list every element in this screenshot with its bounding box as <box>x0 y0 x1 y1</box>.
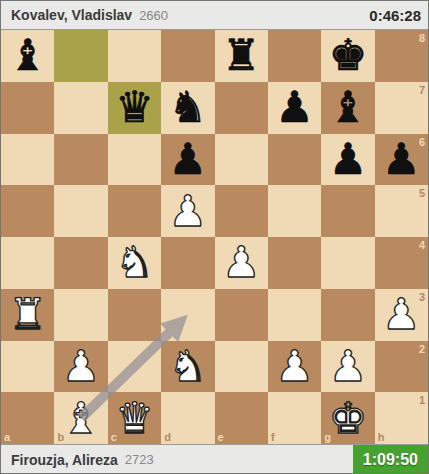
square-h4[interactable]: 4 <box>375 237 428 289</box>
square-c2[interactable] <box>108 341 161 393</box>
square-g2[interactable]: ♟ <box>321 341 374 393</box>
square-d6[interactable]: ♟ <box>161 134 214 186</box>
square-a4[interactable] <box>1 237 54 289</box>
square-g5[interactable] <box>321 185 374 237</box>
square-f8[interactable] <box>268 30 321 82</box>
square-c8[interactable] <box>108 30 161 82</box>
square-a5[interactable] <box>1 185 54 237</box>
file-label-a: a <box>4 431 10 443</box>
square-b8[interactable] <box>54 30 107 82</box>
square-e1[interactable]: e <box>215 392 268 444</box>
file-label-h: h <box>378 431 385 443</box>
square-a2[interactable] <box>1 341 54 393</box>
piece-white-pawn[interactable]: ♟ <box>321 341 374 393</box>
player-bar-bottom: Firouzja, Alireza 2723 1:09:50 <box>1 444 428 474</box>
square-c7[interactable]: ♛ <box>108 82 161 134</box>
file-label-f: f <box>271 431 275 443</box>
square-h1[interactable]: h1 <box>375 392 428 444</box>
piece-white-knight[interactable]: ♞ <box>161 341 214 393</box>
piece-black-rook[interactable]: ♜ <box>215 30 268 82</box>
player-rating-top: 2660 <box>139 8 168 23</box>
piece-white-bishop[interactable]: ♝ <box>54 392 107 444</box>
piece-white-king[interactable]: ♚ <box>321 392 374 444</box>
piece-white-pawn[interactable]: ♟ <box>54 341 107 393</box>
piece-black-pawn[interactable]: ♟ <box>375 134 428 186</box>
square-d8[interactable] <box>161 30 214 82</box>
square-g3[interactable] <box>321 289 374 341</box>
piece-black-bishop[interactable]: ♝ <box>321 82 374 134</box>
square-c3[interactable] <box>108 289 161 341</box>
square-f1[interactable]: f <box>268 392 321 444</box>
square-d7[interactable]: ♞ <box>161 82 214 134</box>
piece-black-pawn[interactable]: ♟ <box>161 134 214 186</box>
square-c1[interactable]: ♛c <box>108 392 161 444</box>
piece-white-queen[interactable]: ♛ <box>108 392 161 444</box>
player-name-bottom: Firouzja, Alireza <box>11 452 118 468</box>
square-g4[interactable] <box>321 237 374 289</box>
chess-app: Kovalev, Vladislav 2660 0:46:28 ♝♜♚8♛♞♟♝… <box>0 0 429 474</box>
square-a7[interactable] <box>1 82 54 134</box>
square-g6[interactable]: ♟ <box>321 134 374 186</box>
square-e3[interactable] <box>215 289 268 341</box>
square-d4[interactable] <box>161 237 214 289</box>
square-h3[interactable]: ♟3 <box>375 289 428 341</box>
piece-black-pawn[interactable]: ♟ <box>321 134 374 186</box>
player-rating-bottom: 2723 <box>125 452 154 467</box>
square-f3[interactable] <box>268 289 321 341</box>
rank-label-5: 5 <box>419 187 425 199</box>
piece-white-pawn[interactable]: ♟ <box>268 341 321 393</box>
square-c6[interactable] <box>108 134 161 186</box>
square-h6[interactable]: ♟6 <box>375 134 428 186</box>
square-f6[interactable] <box>268 134 321 186</box>
square-g1[interactable]: ♚g <box>321 392 374 444</box>
piece-white-knight[interactable]: ♞ <box>108 237 161 289</box>
square-b5[interactable] <box>54 185 107 237</box>
piece-black-queen[interactable]: ♛ <box>108 82 161 134</box>
rank-label-4: 4 <box>419 239 425 251</box>
square-h5[interactable]: 5 <box>375 185 428 237</box>
piece-white-pawn[interactable]: ♟ <box>375 289 428 341</box>
square-h7[interactable]: 7 <box>375 82 428 134</box>
square-d2[interactable]: ♞ <box>161 341 214 393</box>
square-e6[interactable] <box>215 134 268 186</box>
square-c4[interactable]: ♞ <box>108 237 161 289</box>
square-a1[interactable]: a <box>1 392 54 444</box>
square-a3[interactable]: ♜ <box>1 289 54 341</box>
chess-board[interactable]: ♝♜♚8♛♞♟♝7♟♟♟6♟5♞♟4♜♟3♟♞♟♟2a♝b♛cdef♚gh1 <box>1 30 428 444</box>
rank-label-2: 2 <box>419 343 425 355</box>
square-b2[interactable]: ♟ <box>54 341 107 393</box>
piece-black-knight[interactable]: ♞ <box>161 82 214 134</box>
square-a8[interactable]: ♝ <box>1 30 54 82</box>
square-e8[interactable]: ♜ <box>215 30 268 82</box>
square-b7[interactable] <box>54 82 107 134</box>
clock-top: 0:46:28 <box>369 7 428 24</box>
square-f4[interactable] <box>268 237 321 289</box>
piece-black-bishop[interactable]: ♝ <box>1 30 54 82</box>
square-a6[interactable] <box>1 134 54 186</box>
piece-white-pawn[interactable]: ♟ <box>215 237 268 289</box>
player-name-top: Kovalev, Vladislav <box>11 7 132 23</box>
piece-white-rook[interactable]: ♜ <box>1 289 54 341</box>
square-d3[interactable] <box>161 289 214 341</box>
square-f2[interactable]: ♟ <box>268 341 321 393</box>
rank-label-7: 7 <box>419 84 425 96</box>
square-e5[interactable] <box>215 185 268 237</box>
square-f5[interactable] <box>268 185 321 237</box>
clock-bottom-active: 1:09:50 <box>353 445 428 474</box>
square-h8[interactable]: 8 <box>375 30 428 82</box>
piece-white-pawn[interactable]: ♟ <box>161 185 214 237</box>
square-e7[interactable] <box>215 82 268 134</box>
square-f7[interactable]: ♟ <box>268 82 321 134</box>
square-g8[interactable]: ♚ <box>321 30 374 82</box>
square-g7[interactable]: ♝ <box>321 82 374 134</box>
file-label-d: d <box>164 431 171 443</box>
square-d5[interactable]: ♟ <box>161 185 214 237</box>
piece-black-pawn[interactable]: ♟ <box>268 82 321 134</box>
square-b1[interactable]: ♝b <box>54 392 107 444</box>
piece-black-king[interactable]: ♚ <box>321 30 374 82</box>
rank-label-8: 8 <box>419 32 425 44</box>
square-h2[interactable]: 2 <box>375 341 428 393</box>
square-b3[interactable] <box>54 289 107 341</box>
square-d1[interactable]: d <box>161 392 214 444</box>
square-b4[interactable] <box>54 237 107 289</box>
square-c5[interactable] <box>108 185 161 237</box>
square-b6[interactable] <box>54 134 107 186</box>
square-e4[interactable]: ♟ <box>215 237 268 289</box>
file-label-e: e <box>218 431 224 443</box>
rank-label-1: 1 <box>419 394 425 406</box>
player-bar-top: Kovalev, Vladislav 2660 0:46:28 <box>1 1 428 30</box>
square-e2[interactable] <box>215 341 268 393</box>
